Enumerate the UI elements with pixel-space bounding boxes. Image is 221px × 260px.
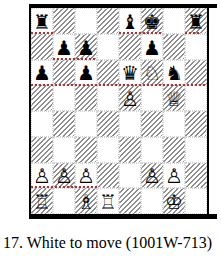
piece-black-pawn: ♟: [33, 63, 51, 83]
piece-black-knight: ♞: [165, 63, 183, 83]
square-g7: [163, 34, 185, 60]
square-a6: ♟: [31, 60, 53, 86]
piece-black-pawn: ♟: [77, 63, 95, 83]
piece-black-bishop: ♝: [121, 12, 139, 32]
square-e1: [119, 188, 141, 214]
square-a2: ♙: [31, 163, 53, 189]
square-h3: [185, 137, 207, 163]
piece-white-rook: ♖: [33, 192, 51, 212]
square-e8: ♝: [119, 8, 141, 34]
square-f8: ♚: [141, 8, 163, 34]
square-g6: ♞: [163, 60, 185, 86]
piece-white-pawn: ♙: [77, 166, 95, 186]
spellcheck-squiggle-a2c2: [31, 186, 97, 188]
square-b1: [53, 188, 75, 214]
square-a8: ♜: [31, 8, 53, 34]
square-h5: [185, 85, 207, 111]
square-e6: ♛: [119, 60, 141, 86]
square-f7: ♟: [141, 34, 163, 60]
piece-white-rook: ♖: [99, 192, 117, 212]
square-b2: ♙: [53, 163, 75, 189]
square-a5: [31, 85, 53, 111]
piece-black-pawn: ♟: [143, 38, 161, 58]
square-d5: [97, 85, 119, 111]
piece-white-pawn: ♙: [121, 89, 139, 109]
square-b8: [53, 8, 75, 34]
square-g8: [163, 8, 185, 34]
square-e4: [119, 111, 141, 137]
piece-black-rook: ♜: [33, 12, 51, 32]
piece-black-king: ♚: [143, 12, 161, 32]
board-grid: ♜♝♚♜♟♟♟♟♟♛♘♞♙♕♙♙♙♙♙♖♗♖♔: [31, 8, 207, 214]
square-d4: [97, 111, 119, 137]
square-h8: ♜: [185, 8, 207, 34]
piece-white-pawn: ♙: [143, 166, 161, 186]
page: ♜♝♚♜♟♟♟♟♟♛♘♞♙♕♙♙♙♙♙♖♗♖♔ 17. White to mov…: [0, 0, 221, 260]
square-b7: ♟: [53, 34, 75, 60]
square-a1: ♖: [31, 188, 53, 214]
square-d2: [97, 163, 119, 189]
square-c7: ♟: [75, 34, 97, 60]
square-e7: [119, 34, 141, 60]
square-d3: [97, 137, 119, 163]
square-a3: [31, 137, 53, 163]
square-f5: [141, 85, 163, 111]
square-h6: [185, 60, 207, 86]
spellcheck-squiggle-h8: [185, 32, 199, 34]
piece-white-king: ♔: [165, 192, 183, 212]
square-b6: [53, 60, 75, 86]
square-f3: [141, 137, 163, 163]
piece-black-pawn: ♟: [55, 38, 73, 58]
chess-board: ♜♝♚♜♟♟♟♟♟♛♘♞♙♕♙♙♙♙♙♖♗♖♔: [29, 4, 217, 219]
square-f1: [141, 188, 163, 214]
piece-black-queen: ♛: [121, 63, 139, 83]
square-g3: [163, 137, 185, 163]
square-g1: ♔: [163, 188, 185, 214]
square-c5: [75, 85, 97, 111]
square-c8: [75, 8, 97, 34]
square-c6: ♟: [75, 60, 97, 86]
square-f4: [141, 111, 163, 137]
square-h2: [185, 163, 207, 189]
piece-white-pawn: ♙: [165, 166, 183, 186]
square-a7: [31, 34, 53, 60]
square-g4: [163, 111, 185, 137]
square-g2: ♙: [163, 163, 185, 189]
square-b3: [53, 137, 75, 163]
square-g5: ♕: [163, 85, 185, 111]
board-body: ♜♝♚♜♟♟♟♟♟♛♘♞♙♕♙♙♙♙♙♖♗♖♔: [29, 8, 209, 214]
square-h1: [185, 188, 207, 214]
piece-black-pawn: ♟: [77, 38, 95, 58]
piece-black-rook: ♜: [187, 12, 205, 32]
square-c2: ♙: [75, 163, 97, 189]
piece-white-pawn: ♙: [33, 166, 51, 186]
spellcheck-squiggle-e8f8: [119, 32, 163, 34]
square-c3: [75, 137, 97, 163]
square-d6: [97, 60, 119, 86]
piece-white-pawn: ♙: [55, 166, 73, 186]
spellcheck-squiggle-rank6: [31, 84, 207, 86]
puzzle-caption: 17. White to move (1001W-713): [3, 234, 221, 252]
spellcheck-squiggle-b7c7: [53, 58, 97, 60]
square-e5: ♙: [119, 85, 141, 111]
square-c4: [75, 111, 97, 137]
square-f2: ♙: [141, 163, 163, 189]
spellcheck-squiggle-a8: [31, 32, 53, 34]
square-b4: [53, 111, 75, 137]
square-e3: [119, 137, 141, 163]
square-h4: [185, 111, 207, 137]
piece-white-queen: ♕: [165, 89, 183, 109]
square-c1: ♗: [75, 188, 97, 214]
square-e2: [119, 163, 141, 189]
board-bottom-border: [29, 214, 217, 219]
square-d7: [97, 34, 119, 60]
square-f6: ♘: [141, 60, 163, 86]
square-d1: ♖: [97, 188, 119, 214]
square-a4: [31, 111, 53, 137]
piece-white-knight: ♘: [143, 63, 161, 83]
square-h7: [185, 34, 207, 60]
piece-white-bishop: ♗: [77, 192, 95, 212]
square-b5: [53, 85, 75, 111]
board-right-border: [207, 8, 209, 214]
square-d8: [97, 8, 119, 34]
